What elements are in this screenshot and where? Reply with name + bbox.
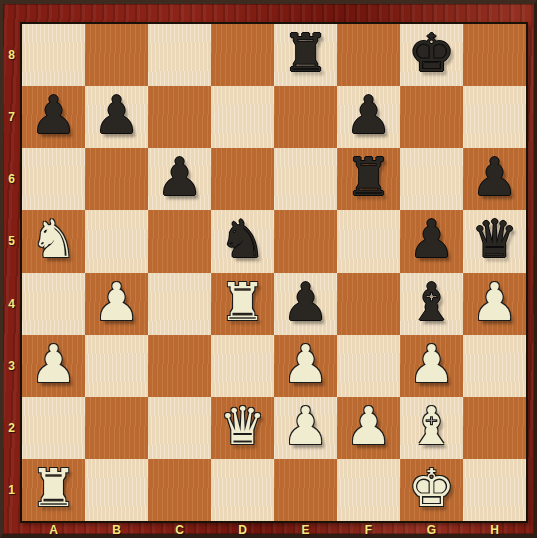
piece-black-rook[interactable]: ♜ bbox=[282, 27, 329, 79]
piece-black-pawn[interactable]: ♟ bbox=[156, 151, 203, 203]
square-b3[interactable] bbox=[85, 335, 148, 397]
piece-black-pawn[interactable]: ♟ bbox=[345, 89, 392, 141]
square-a1[interactable]: ♜ bbox=[22, 459, 85, 521]
chess-board: ♜♚♟♟♟♟♜♟♞♞♟♛♟♜♟♝♟♟♟♟♛♟♟♝♜♚ bbox=[20, 22, 528, 523]
piece-black-pawn[interactable]: ♟ bbox=[471, 151, 518, 203]
piece-white-pawn[interactable]: ♟ bbox=[93, 276, 140, 328]
rank-labels: 87654321 bbox=[3, 24, 20, 521]
square-h3[interactable] bbox=[463, 335, 526, 397]
square-c2[interactable] bbox=[148, 397, 211, 459]
piece-white-bishop[interactable]: ♝ bbox=[408, 400, 455, 452]
square-d2[interactable]: ♛ bbox=[211, 397, 274, 459]
file-label-e: E bbox=[274, 521, 337, 538]
piece-white-pawn[interactable]: ♟ bbox=[471, 276, 518, 328]
piece-white-pawn[interactable]: ♟ bbox=[408, 338, 455, 390]
square-d5[interactable]: ♞ bbox=[211, 210, 274, 272]
piece-white-knight[interactable]: ♞ bbox=[30, 213, 77, 265]
square-f5[interactable] bbox=[337, 210, 400, 272]
square-c6[interactable]: ♟ bbox=[148, 148, 211, 210]
square-h4[interactable]: ♟ bbox=[463, 273, 526, 335]
square-c8[interactable] bbox=[148, 24, 211, 86]
piece-white-rook[interactable]: ♜ bbox=[30, 462, 77, 514]
file-label-b: B bbox=[85, 521, 148, 538]
square-f1[interactable] bbox=[337, 459, 400, 521]
square-f4[interactable] bbox=[337, 273, 400, 335]
square-d3[interactable] bbox=[211, 335, 274, 397]
piece-black-knight[interactable]: ♞ bbox=[219, 213, 266, 265]
square-a7[interactable]: ♟ bbox=[22, 86, 85, 148]
square-d6[interactable] bbox=[211, 148, 274, 210]
square-g6[interactable] bbox=[400, 148, 463, 210]
square-e4[interactable]: ♟ bbox=[274, 273, 337, 335]
file-label-d: D bbox=[211, 521, 274, 538]
rank-label-8: 8 bbox=[3, 24, 20, 86]
piece-white-queen[interactable]: ♛ bbox=[219, 400, 266, 452]
square-a3[interactable]: ♟ bbox=[22, 335, 85, 397]
piece-black-king[interactable]: ♚ bbox=[408, 27, 455, 79]
square-h1[interactable] bbox=[463, 459, 526, 521]
piece-white-rook[interactable]: ♜ bbox=[219, 276, 266, 328]
piece-black-queen[interactable]: ♛ bbox=[471, 213, 518, 265]
square-c4[interactable] bbox=[148, 273, 211, 335]
square-e6[interactable] bbox=[274, 148, 337, 210]
square-f7[interactable]: ♟ bbox=[337, 86, 400, 148]
square-d7[interactable] bbox=[211, 86, 274, 148]
file-label-g: G bbox=[400, 521, 463, 538]
square-b7[interactable]: ♟ bbox=[85, 86, 148, 148]
square-g4[interactable]: ♝ bbox=[400, 273, 463, 335]
square-e8[interactable]: ♜ bbox=[274, 24, 337, 86]
square-h2[interactable] bbox=[463, 397, 526, 459]
file-label-f: F bbox=[337, 521, 400, 538]
chess-board-frame: 87654321 ♜♚♟♟♟♟♜♟♞♞♟♛♟♜♟♝♟♟♟♟♛♟♟♝♜♚ ABCD… bbox=[0, 0, 537, 538]
square-c3[interactable] bbox=[148, 335, 211, 397]
square-b8[interactable] bbox=[85, 24, 148, 86]
square-b1[interactable] bbox=[85, 459, 148, 521]
square-f3[interactable] bbox=[337, 335, 400, 397]
rank-label-4: 4 bbox=[3, 273, 20, 335]
rank-label-6: 6 bbox=[3, 148, 20, 210]
square-b2[interactable] bbox=[85, 397, 148, 459]
piece-white-pawn[interactable]: ♟ bbox=[345, 400, 392, 452]
square-g8[interactable]: ♚ bbox=[400, 24, 463, 86]
square-h7[interactable] bbox=[463, 86, 526, 148]
square-d1[interactable] bbox=[211, 459, 274, 521]
square-c5[interactable] bbox=[148, 210, 211, 272]
square-e1[interactable] bbox=[274, 459, 337, 521]
piece-black-rook[interactable]: ♜ bbox=[345, 151, 392, 203]
piece-white-king[interactable]: ♚ bbox=[408, 462, 455, 514]
square-b6[interactable] bbox=[85, 148, 148, 210]
square-d4[interactable]: ♜ bbox=[211, 273, 274, 335]
square-c1[interactable] bbox=[148, 459, 211, 521]
piece-white-pawn[interactable]: ♟ bbox=[282, 400, 329, 452]
square-f6[interactable]: ♜ bbox=[337, 148, 400, 210]
file-label-h: H bbox=[463, 521, 526, 538]
piece-black-pawn[interactable]: ♟ bbox=[93, 89, 140, 141]
square-h8[interactable] bbox=[463, 24, 526, 86]
piece-black-pawn[interactable]: ♟ bbox=[282, 276, 329, 328]
square-f2[interactable]: ♟ bbox=[337, 397, 400, 459]
square-d8[interactable] bbox=[211, 24, 274, 86]
square-g2[interactable]: ♝ bbox=[400, 397, 463, 459]
rank-label-1: 1 bbox=[3, 459, 20, 521]
piece-black-pawn[interactable]: ♟ bbox=[30, 89, 77, 141]
square-g7[interactable] bbox=[400, 86, 463, 148]
file-label-a: A bbox=[22, 521, 85, 538]
rank-label-5: 5 bbox=[3, 210, 20, 272]
square-a2[interactable] bbox=[22, 397, 85, 459]
square-b4[interactable]: ♟ bbox=[85, 273, 148, 335]
square-g3[interactable]: ♟ bbox=[400, 335, 463, 397]
square-h5[interactable]: ♛ bbox=[463, 210, 526, 272]
file-label-c: C bbox=[148, 521, 211, 538]
square-e5[interactable] bbox=[274, 210, 337, 272]
piece-white-pawn[interactable]: ♟ bbox=[30, 338, 77, 390]
square-c7[interactable] bbox=[148, 86, 211, 148]
square-b5[interactable] bbox=[85, 210, 148, 272]
square-h6[interactable]: ♟ bbox=[463, 148, 526, 210]
rank-label-3: 3 bbox=[3, 335, 20, 397]
rank-label-2: 2 bbox=[3, 397, 20, 459]
square-g5[interactable]: ♟ bbox=[400, 210, 463, 272]
square-e3[interactable]: ♟ bbox=[274, 335, 337, 397]
square-f8[interactable] bbox=[337, 24, 400, 86]
piece-black-bishop[interactable]: ♝ bbox=[408, 276, 455, 328]
square-a6[interactable] bbox=[22, 148, 85, 210]
square-g1[interactable]: ♚ bbox=[400, 459, 463, 521]
piece-white-pawn[interactable]: ♟ bbox=[282, 338, 329, 390]
square-a5[interactable]: ♞ bbox=[22, 210, 85, 272]
square-a8[interactable] bbox=[22, 24, 85, 86]
file-labels: ABCDEFGH bbox=[22, 521, 526, 538]
rank-label-7: 7 bbox=[3, 86, 20, 148]
square-a4[interactable] bbox=[22, 273, 85, 335]
square-e7[interactable] bbox=[274, 86, 337, 148]
square-e2[interactable]: ♟ bbox=[274, 397, 337, 459]
piece-black-pawn[interactable]: ♟ bbox=[408, 213, 455, 265]
